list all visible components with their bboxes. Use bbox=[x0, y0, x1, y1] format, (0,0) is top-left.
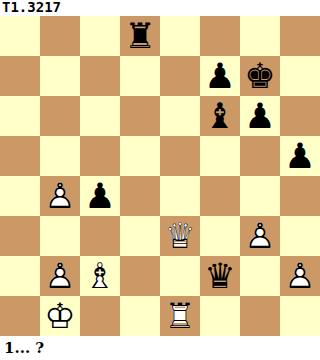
square-b3[interactable] bbox=[40, 216, 80, 256]
white-bishop-outline: ♗ bbox=[80, 256, 120, 296]
square-h2[interactable]: ♟♙ bbox=[280, 256, 320, 296]
square-b4[interactable]: ♟♙ bbox=[40, 176, 80, 216]
square-g7[interactable]: ♚ bbox=[240, 56, 280, 96]
white-pawn-outline: ♙ bbox=[40, 176, 80, 216]
square-h3[interactable] bbox=[280, 216, 320, 256]
chess-puzzle-page: T1.3217 ♜♟♚♝♟♟♟♙♟♛♕♟♙♟♙♝♗♛♟♙♚♔♜♖ 1... ? bbox=[0, 0, 320, 360]
white-queen-outline: ♕ bbox=[160, 216, 200, 256]
white-bishop[interactable]: ♝♗ bbox=[80, 256, 120, 296]
white-pawn-outline: ♙ bbox=[280, 256, 320, 296]
black-pawn-glyph: ♟ bbox=[200, 56, 240, 96]
square-e1[interactable]: ♜♖ bbox=[160, 296, 200, 336]
chess-board: ♜♟♚♝♟♟♟♙♟♛♕♟♙♟♙♝♗♛♟♙♚♔♜♖ bbox=[0, 16, 320, 336]
square-b6[interactable] bbox=[40, 96, 80, 136]
black-pawn[interactable]: ♟ bbox=[80, 176, 120, 216]
black-king[interactable]: ♚ bbox=[240, 56, 280, 96]
square-g5[interactable] bbox=[240, 136, 280, 176]
black-bishop-glyph: ♝ bbox=[200, 96, 240, 136]
white-king-outline: ♔ bbox=[40, 296, 80, 336]
square-h4[interactable] bbox=[280, 176, 320, 216]
square-e5[interactable] bbox=[160, 136, 200, 176]
black-queen[interactable]: ♛ bbox=[200, 256, 240, 296]
square-c4[interactable]: ♟ bbox=[80, 176, 120, 216]
square-b7[interactable] bbox=[40, 56, 80, 96]
square-h8[interactable] bbox=[280, 16, 320, 56]
square-d3[interactable] bbox=[120, 216, 160, 256]
square-h7[interactable] bbox=[280, 56, 320, 96]
black-bishop[interactable]: ♝ bbox=[200, 96, 240, 136]
square-a4[interactable] bbox=[0, 176, 40, 216]
square-d8[interactable]: ♜ bbox=[120, 16, 160, 56]
square-h1[interactable] bbox=[280, 296, 320, 336]
square-c6[interactable] bbox=[80, 96, 120, 136]
square-d6[interactable] bbox=[120, 96, 160, 136]
black-pawn[interactable]: ♟ bbox=[200, 56, 240, 96]
square-d2[interactable] bbox=[120, 256, 160, 296]
white-king[interactable]: ♚♔ bbox=[40, 296, 80, 336]
black-pawn[interactable]: ♟ bbox=[280, 136, 320, 176]
square-a3[interactable] bbox=[0, 216, 40, 256]
square-g1[interactable] bbox=[240, 296, 280, 336]
black-pawn-glyph: ♟ bbox=[80, 176, 120, 216]
move-prompt: 1... ? bbox=[0, 336, 320, 360]
square-c3[interactable] bbox=[80, 216, 120, 256]
square-g3[interactable]: ♟♙ bbox=[240, 216, 280, 256]
square-a5[interactable] bbox=[0, 136, 40, 176]
square-c8[interactable] bbox=[80, 16, 120, 56]
square-d7[interactable] bbox=[120, 56, 160, 96]
square-f4[interactable] bbox=[200, 176, 240, 216]
black-pawn-glyph: ♟ bbox=[240, 96, 280, 136]
square-e7[interactable] bbox=[160, 56, 200, 96]
white-pawn[interactable]: ♟♙ bbox=[40, 256, 80, 296]
square-f5[interactable] bbox=[200, 136, 240, 176]
square-f1[interactable] bbox=[200, 296, 240, 336]
square-d1[interactable] bbox=[120, 296, 160, 336]
white-queen[interactable]: ♛♕ bbox=[160, 216, 200, 256]
white-pawn-outline: ♙ bbox=[240, 216, 280, 256]
square-h6[interactable] bbox=[280, 96, 320, 136]
black-pawn[interactable]: ♟ bbox=[240, 96, 280, 136]
black-king-glyph: ♚ bbox=[240, 56, 280, 96]
square-a8[interactable] bbox=[0, 16, 40, 56]
square-d5[interactable] bbox=[120, 136, 160, 176]
square-c5[interactable] bbox=[80, 136, 120, 176]
square-d4[interactable] bbox=[120, 176, 160, 216]
square-f6[interactable]: ♝ bbox=[200, 96, 240, 136]
white-rook-outline: ♖ bbox=[160, 296, 200, 336]
square-a2[interactable] bbox=[0, 256, 40, 296]
square-e2[interactable] bbox=[160, 256, 200, 296]
square-b2[interactable]: ♟♙ bbox=[40, 256, 80, 296]
white-pawn[interactable]: ♟♙ bbox=[240, 216, 280, 256]
black-rook-glyph: ♜ bbox=[120, 16, 160, 56]
puzzle-id: T1.3217 bbox=[0, 0, 320, 16]
square-f8[interactable] bbox=[200, 16, 240, 56]
square-c1[interactable] bbox=[80, 296, 120, 336]
white-pawn-outline: ♙ bbox=[40, 256, 80, 296]
square-b8[interactable] bbox=[40, 16, 80, 56]
square-e8[interactable] bbox=[160, 16, 200, 56]
square-f3[interactable] bbox=[200, 216, 240, 256]
square-a6[interactable] bbox=[0, 96, 40, 136]
square-e4[interactable] bbox=[160, 176, 200, 216]
square-a7[interactable] bbox=[0, 56, 40, 96]
black-pawn-glyph: ♟ bbox=[280, 136, 320, 176]
square-g8[interactable] bbox=[240, 16, 280, 56]
white-rook[interactable]: ♜♖ bbox=[160, 296, 200, 336]
black-queen-glyph: ♛ bbox=[200, 256, 240, 296]
square-b1[interactable]: ♚♔ bbox=[40, 296, 80, 336]
square-b5[interactable] bbox=[40, 136, 80, 176]
black-rook[interactable]: ♜ bbox=[120, 16, 160, 56]
square-h5[interactable]: ♟ bbox=[280, 136, 320, 176]
square-g4[interactable] bbox=[240, 176, 280, 216]
square-f7[interactable]: ♟ bbox=[200, 56, 240, 96]
square-c2[interactable]: ♝♗ bbox=[80, 256, 120, 296]
square-c7[interactable] bbox=[80, 56, 120, 96]
square-g2[interactable] bbox=[240, 256, 280, 296]
square-a1[interactable] bbox=[0, 296, 40, 336]
square-e6[interactable] bbox=[160, 96, 200, 136]
square-e3[interactable]: ♛♕ bbox=[160, 216, 200, 256]
white-pawn[interactable]: ♟♙ bbox=[280, 256, 320, 296]
white-pawn[interactable]: ♟♙ bbox=[40, 176, 80, 216]
square-f2[interactable]: ♛ bbox=[200, 256, 240, 296]
square-g6[interactable]: ♟ bbox=[240, 96, 280, 136]
